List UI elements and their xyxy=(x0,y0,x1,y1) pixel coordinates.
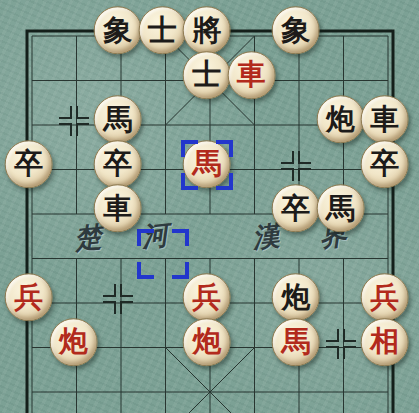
piece-red-horse[interactable]: 馬 xyxy=(183,140,231,188)
piece-glyph: 炮 xyxy=(281,283,310,312)
piece-black-chariot[interactable]: 車 xyxy=(361,95,409,143)
piece-black-horse[interactable]: 馬 xyxy=(316,184,364,232)
piece-glyph: 卒 xyxy=(103,149,132,178)
piece-glyph: 馬 xyxy=(103,105,132,134)
piece-black-soldier[interactable]: 卒 xyxy=(5,140,53,188)
piece-black-elephant[interactable]: 象 xyxy=(272,6,320,54)
piece-black-elephant[interactable]: 象 xyxy=(94,6,142,54)
piece-black-chariot[interactable]: 車 xyxy=(94,184,142,232)
piece-black-soldier[interactable]: 卒 xyxy=(272,184,320,232)
piece-black-advisor[interactable]: 士 xyxy=(138,6,186,54)
piece-black-general[interactable]: 將 xyxy=(183,6,231,54)
piece-glyph: 馬 xyxy=(326,194,355,223)
piece-red-cannon[interactable]: 炮 xyxy=(49,318,97,366)
piece-black-cannon[interactable]: 炮 xyxy=(316,95,364,143)
piece-red-horse[interactable]: 馬 xyxy=(272,318,320,366)
piece-red-soldier[interactable]: 兵 xyxy=(5,273,53,321)
piece-glyph: 車 xyxy=(370,105,399,134)
piece-glyph: 士 xyxy=(192,60,221,89)
piece-black-soldier[interactable]: 卒 xyxy=(94,140,142,188)
piece-glyph: 相 xyxy=(370,327,399,356)
piece-black-soldier[interactable]: 卒 xyxy=(361,140,409,188)
piece-red-cannon[interactable]: 炮 xyxy=(183,318,231,366)
piece-glyph: 象 xyxy=(103,16,132,45)
piece-red-chariot[interactable]: 車 xyxy=(227,51,275,99)
piece-glyph: 車 xyxy=(237,60,266,89)
piece-glyph: 將 xyxy=(192,16,221,45)
piece-glyph: 馬 xyxy=(192,149,221,178)
xiangqi-board[interactable]: 楚 河 漢 界 象士將象士車馬炮車卒卒馬卒車卒馬兵兵炮兵炮炮馬相 xyxy=(0,0,419,413)
piece-glyph: 炮 xyxy=(326,105,355,134)
piece-red-elephant[interactable]: 相 xyxy=(361,318,409,366)
piece-glyph: 炮 xyxy=(192,327,221,356)
piece-black-horse[interactable]: 馬 xyxy=(94,95,142,143)
piece-black-advisor[interactable]: 士 xyxy=(183,51,231,99)
piece-red-soldier[interactable]: 兵 xyxy=(361,273,409,321)
piece-glyph: 車 xyxy=(103,194,132,223)
piece-glyph: 卒 xyxy=(14,149,43,178)
piece-red-soldier[interactable]: 兵 xyxy=(183,273,231,321)
piece-glyph: 卒 xyxy=(281,194,310,223)
piece-glyph: 卒 xyxy=(370,149,399,178)
piece-glyph: 象 xyxy=(281,16,310,45)
piece-black-cannon[interactable]: 炮 xyxy=(272,273,320,321)
piece-glyph: 炮 xyxy=(59,327,88,356)
piece-glyph: 馬 xyxy=(281,327,310,356)
piece-glyph: 士 xyxy=(148,16,177,45)
piece-glyph: 兵 xyxy=(370,283,399,312)
piece-glyph: 兵 xyxy=(14,283,43,312)
piece-glyph: 兵 xyxy=(192,283,221,312)
